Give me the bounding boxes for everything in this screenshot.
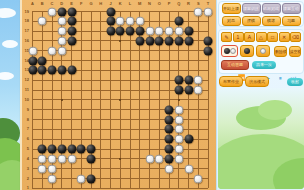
black-stone-M16[interactable] — [135, 36, 144, 45]
black-stone-E19[interactable] — [67, 7, 76, 16]
grid-line-vertical — [198, 11, 199, 188]
black-stone-D5[interactable] — [57, 145, 66, 154]
black-stone-Q18[interactable] — [174, 17, 183, 26]
white-stone-Q17[interactable] — [174, 27, 183, 36]
bottom-button-row: 布置作业 演示模式 收起 — [219, 76, 303, 87]
star-point — [119, 158, 121, 160]
black-stone-L17[interactable] — [126, 27, 135, 36]
white-stone-S12[interactable] — [194, 76, 203, 85]
column-label: M — [138, 2, 141, 6]
black-stone-E5[interactable] — [67, 145, 76, 154]
retry-pill-button[interactable]: 再来一次 — [252, 61, 276, 69]
black-stone-P7[interactable] — [165, 125, 174, 134]
white-stone-T19[interactable] — [204, 7, 213, 16]
white-stone-P17[interactable] — [165, 27, 174, 36]
star-point — [119, 40, 121, 42]
black-stone-J18[interactable] — [106, 17, 115, 26]
tab-习题[interactable]: 习题 — [282, 16, 301, 26]
white-stone-B3[interactable] — [38, 164, 47, 173]
white-stone-N17[interactable] — [145, 27, 154, 36]
tab-开始上课[interactable]: 开始上课 — [222, 3, 241, 14]
white-stone-Q6[interactable] — [174, 135, 183, 144]
white-stone-icon — [260, 48, 266, 54]
white-stone-C2[interactable] — [48, 174, 57, 183]
black-stone-N16[interactable] — [145, 36, 154, 45]
row-label: 17 — [22, 29, 29, 33]
clear-board-button[interactable]: 清空棋盘 — [289, 46, 302, 57]
black-stone-A14[interactable] — [28, 56, 37, 65]
column-label: Q — [177, 2, 180, 6]
row-label: 16 — [22, 39, 29, 43]
row-label: 18 — [22, 19, 29, 23]
black-stone-Q11[interactable] — [174, 86, 183, 95]
black-stone-O16[interactable] — [155, 36, 164, 45]
row-label: 10 — [22, 98, 29, 102]
black-stone-T16[interactable] — [204, 36, 213, 45]
black-stone-Q12[interactable] — [174, 76, 183, 85]
letter-marker-icon[interactable]: A — [244, 32, 255, 42]
tab-机器对战[interactable]: 机器对战 — [262, 3, 281, 14]
eraser-icon[interactable]: ⌫ — [290, 32, 301, 42]
star-point — [178, 99, 180, 101]
white-stone-O17[interactable] — [155, 27, 164, 36]
black-stone-E16[interactable] — [67, 36, 76, 45]
white-stone-Q9[interactable] — [174, 105, 183, 114]
tab-对局[interactable]: 对局 — [222, 16, 241, 26]
column-label: K — [119, 2, 122, 6]
tab-row-1: 开始上课课堂训练机器对战课堂互动 — [219, 2, 303, 15]
row-label: 9 — [22, 108, 29, 112]
black-stone-G5[interactable] — [87, 145, 96, 154]
black-stone-G4[interactable] — [87, 154, 96, 163]
quiz-answer-button[interactable]: 互动答题 — [221, 60, 249, 70]
row-label: 11 — [22, 88, 29, 92]
black-stone-A13[interactable] — [28, 66, 37, 75]
black-stone-E13[interactable] — [67, 66, 76, 75]
white-stone-L18[interactable] — [126, 17, 135, 26]
white-stone-P3[interactable] — [165, 164, 174, 173]
assign-homework-button[interactable]: 布置作业 — [219, 76, 243, 87]
column-label: S — [197, 2, 200, 6]
black-stone-P5[interactable] — [165, 145, 174, 154]
grid-line-vertical — [130, 11, 131, 188]
black-stone-B14[interactable] — [38, 56, 47, 65]
column-label: N — [148, 2, 151, 6]
black-stone-P4[interactable] — [165, 154, 174, 163]
stone-mode-row: 删除棋子 清空棋盘 — [219, 43, 303, 59]
tab-课堂训练[interactable]: 课堂训练 — [242, 3, 261, 14]
black-stone-R16[interactable] — [184, 36, 193, 45]
column-label: E — [70, 2, 73, 6]
column-label: F — [80, 2, 82, 6]
black-stone-R6[interactable] — [184, 135, 193, 144]
row-label: 2 — [22, 177, 29, 181]
row-label: 5 — [22, 147, 29, 151]
cloud — [0, 8, 16, 18]
white-stone-F2[interactable] — [77, 174, 86, 183]
bush — [258, 100, 292, 120]
white-stone-B4[interactable] — [38, 154, 47, 163]
tab-摆棋[interactable]: 摆棋 — [242, 16, 261, 26]
white-stone-Q8[interactable] — [174, 115, 183, 124]
white-stone-K18[interactable] — [116, 17, 125, 26]
black-stone-B5[interactable] — [38, 145, 47, 154]
cross-marker-icon[interactable]: ✕ — [279, 32, 290, 42]
row-label: 7 — [22, 127, 29, 131]
white-stone-mode-button[interactable] — [256, 45, 270, 57]
white-stone-A15[interactable] — [28, 46, 37, 55]
white-stone-D17[interactable] — [57, 27, 66, 36]
column-label: C — [51, 2, 54, 6]
class-tabs-card: 开始上课课堂训练机器对战课堂互动 对局摆棋棋谱习题 — [218, 1, 304, 27]
black-stone-P6[interactable] — [165, 135, 174, 144]
white-stone-S19[interactable] — [194, 7, 203, 16]
column-label: L — [129, 2, 131, 6]
white-stone-D18[interactable] — [57, 17, 66, 26]
black-stone-G2[interactable] — [87, 174, 96, 183]
white-stone-C19[interactable] — [48, 7, 57, 16]
column-label: A — [31, 2, 34, 6]
row-label: 12 — [22, 78, 29, 82]
black-stone-J19[interactable] — [106, 7, 115, 16]
white-stone-D4[interactable] — [57, 154, 66, 163]
column-label: B — [41, 2, 44, 6]
cloud — [2, 40, 18, 48]
black-stone-Q16[interactable] — [174, 36, 183, 45]
black-stone-F5[interactable] — [77, 145, 86, 154]
marker-toolbar: ✎1A△□✕⌫ — [219, 30, 303, 43]
white-stone-C3[interactable] — [48, 164, 57, 173]
grid-line-horizontal — [32, 178, 208, 179]
white-stone-S2[interactable] — [194, 174, 203, 183]
black-stone-P8[interactable] — [165, 115, 174, 124]
star-point — [119, 99, 121, 101]
black-stone-mode-button[interactable] — [240, 45, 254, 57]
black-stone-icon — [224, 48, 230, 54]
white-stone-B18[interactable] — [38, 17, 47, 26]
tab-棋谱[interactable]: 棋谱 — [262, 16, 281, 26]
black-stone-C13[interactable] — [48, 66, 57, 75]
black-stone-P9[interactable] — [165, 105, 174, 114]
white-stone-S11[interactable] — [194, 86, 203, 95]
control-panel: 开始上课课堂训练机器对战课堂互动 对局摆棋棋谱习题 ✎1A△□✕⌫ 删除棋子 清… — [216, 0, 304, 190]
white-stone-M18[interactable] — [135, 17, 144, 26]
delete-stone-button[interactable]: 删除棋子 — [274, 46, 287, 57]
app-window: ABCDEFGHJKLMNOPQRST191817161514131211109… — [0, 0, 304, 190]
black-stone-D19[interactable] — [57, 7, 66, 16]
black-stone-R11[interactable] — [184, 86, 193, 95]
row-label: 3 — [22, 167, 29, 171]
black-stone-D13[interactable] — [57, 66, 66, 75]
white-stone-icon — [230, 48, 236, 54]
white-stone-D15[interactable] — [57, 46, 66, 55]
white-stone-E4[interactable] — [67, 154, 76, 163]
white-stone-O4[interactable] — [155, 154, 164, 163]
white-stone-C15[interactable] — [48, 46, 57, 55]
column-label: O — [158, 2, 161, 6]
tab-row-2: 对局摆棋棋谱习题 — [219, 15, 303, 27]
white-stone-Q4[interactable] — [174, 154, 183, 163]
black-stone-C5[interactable] — [48, 145, 57, 154]
row-label: 8 — [22, 118, 29, 122]
column-label: P — [168, 2, 171, 6]
demo-mode-button[interactable]: 演示模式 — [245, 76, 269, 87]
column-label: R — [187, 2, 190, 6]
black-stone-R17[interactable] — [184, 27, 193, 36]
column-label: J — [109, 2, 111, 6]
black-stone-K17[interactable] — [116, 27, 125, 36]
black-stone-E17[interactable] — [67, 27, 76, 36]
white-stone-C4[interactable] — [48, 154, 57, 163]
white-stone-D16[interactable] — [57, 36, 66, 45]
white-stone-N4[interactable] — [145, 154, 154, 163]
white-stone-Q5[interactable] — [174, 145, 183, 154]
alternate-stone-mode-button[interactable] — [221, 45, 238, 57]
black-stone-R12[interactable] — [184, 76, 193, 85]
grid-line-horizontal — [32, 168, 208, 169]
black-stone-B13[interactable] — [38, 66, 47, 75]
column-label: G — [89, 2, 92, 6]
column-label: H — [99, 2, 102, 6]
number-marker-icon[interactable]: 1 — [233, 32, 244, 42]
triangle-marker-icon[interactable]: △ — [256, 32, 267, 42]
go-board[interactable]: ABCDEFGHJKLMNOPQRST191817161514131211109… — [20, 0, 218, 190]
black-stone-icon — [244, 48, 250, 54]
black-stone-M17[interactable] — [135, 27, 144, 36]
pen-icon[interactable]: ✎ — [221, 32, 232, 42]
row-label: 4 — [22, 157, 29, 161]
row-label: 19 — [22, 10, 29, 14]
white-stone-R3[interactable] — [184, 164, 193, 173]
column-label: D — [60, 2, 63, 6]
square-marker-icon[interactable]: □ — [267, 32, 278, 42]
black-stone-P16[interactable] — [165, 36, 174, 45]
mascot-scene — [218, 88, 304, 189]
black-stone-T15[interactable] — [204, 46, 213, 55]
tab-课堂互动[interactable]: 课堂互动 — [282, 3, 301, 14]
black-stone-E18[interactable] — [67, 17, 76, 26]
white-stone-Q7[interactable] — [174, 125, 183, 134]
row-label: 1 — [22, 186, 29, 190]
black-stone-J17[interactable] — [106, 27, 115, 36]
star-point — [61, 99, 63, 101]
cloud — [0, 72, 14, 80]
collapse-pill-button[interactable]: 收起 — [287, 78, 303, 86]
quiz-row: 互动答题 再来一次 — [219, 59, 303, 72]
teaching-tools-card: ✎1A△□✕⌫ 删除棋子 清空棋盘 互动答题 再来一次 ⏮⏪◀▶⏸⏭ — [218, 29, 304, 74]
row-label: 6 — [22, 137, 29, 141]
column-label: T — [207, 2, 209, 6]
grid-line-horizontal — [32, 188, 208, 189]
